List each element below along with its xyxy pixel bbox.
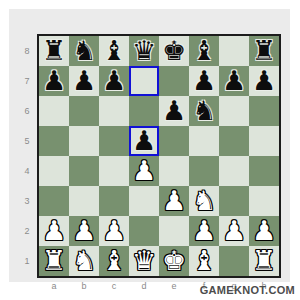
square-a5[interactable] xyxy=(39,126,69,156)
black-pawn-icon: ♟ xyxy=(252,67,276,94)
rank-label-6: 6 xyxy=(21,96,33,126)
square-d1[interactable]: ♛ xyxy=(129,246,159,276)
square-a2[interactable]: ♟ xyxy=(39,216,69,246)
rank-labels: 87654321 xyxy=(21,36,33,276)
square-f2[interactable]: ♟ xyxy=(189,216,219,246)
square-g2[interactable]: ♟ xyxy=(219,216,249,246)
square-c4[interactable] xyxy=(99,156,129,186)
square-d8[interactable]: ♛ xyxy=(129,36,159,66)
square-h7[interactable]: ♟ xyxy=(249,66,279,96)
black-pawn-icon: ♟ xyxy=(162,97,186,124)
rank-label-8: 8 xyxy=(21,36,33,66)
square-f6[interactable]: ♞ xyxy=(189,96,219,126)
square-h8[interactable]: ♜ xyxy=(249,36,279,66)
square-c6[interactable] xyxy=(99,96,129,126)
square-d3[interactable] xyxy=(129,186,159,216)
square-d5[interactable]: ♟ xyxy=(129,126,159,156)
board-panel: 87654321 ♜♞♝♛♚♝♜♟♟♟♟♟♟♟♞♟♟♟♞♟♟♟♟♟♟♜♞♝♛♚♝… xyxy=(9,9,290,282)
black-queen-icon: ♛ xyxy=(132,37,156,64)
square-e3[interactable]: ♟ xyxy=(159,186,189,216)
square-h1[interactable]: ♜ xyxy=(249,246,279,276)
white-knight-icon: ♞ xyxy=(192,187,216,214)
black-pawn-icon: ♟ xyxy=(222,67,246,94)
black-bishop-icon: ♝ xyxy=(102,37,126,64)
rank-label-1: 1 xyxy=(21,246,33,276)
square-a1[interactable]: ♜ xyxy=(39,246,69,276)
white-pawn-icon: ♟ xyxy=(132,157,156,184)
square-h2[interactable]: ♟ xyxy=(249,216,279,246)
square-c5[interactable] xyxy=(99,126,129,156)
square-b7[interactable]: ♟ xyxy=(69,66,99,96)
board-frame: ♜♞♝♛♚♝♜♟♟♟♟♟♟♟♞♟♟♟♞♟♟♟♟♟♟♜♞♝♛♚♝♜ xyxy=(37,34,281,278)
black-rook-icon: ♜ xyxy=(252,37,276,64)
file-label-e: e xyxy=(159,280,189,292)
square-b6[interactable] xyxy=(69,96,99,126)
square-h5[interactable] xyxy=(249,126,279,156)
square-h6[interactable] xyxy=(249,96,279,126)
white-pawn-icon: ♟ xyxy=(222,217,246,244)
square-b3[interactable] xyxy=(69,186,99,216)
square-b2[interactable]: ♟ xyxy=(69,216,99,246)
square-h3[interactable] xyxy=(249,186,279,216)
chess-widget-screen: 87654321 ♜♞♝♛♚♝♜♟♟♟♟♟♟♟♞♟♟♟♞♟♟♟♟♟♟♜♞♝♛♚♝… xyxy=(0,0,300,300)
square-g1[interactable] xyxy=(219,246,249,276)
square-d2[interactable] xyxy=(129,216,159,246)
square-e8[interactable]: ♚ xyxy=(159,36,189,66)
square-a7[interactable]: ♟ xyxy=(39,66,69,96)
square-f7[interactable]: ♟ xyxy=(189,66,219,96)
white-pawn-icon: ♟ xyxy=(192,217,216,244)
square-g8[interactable] xyxy=(219,36,249,66)
white-knight-icon: ♞ xyxy=(72,247,96,274)
square-f3[interactable]: ♞ xyxy=(189,186,219,216)
white-pawn-icon: ♟ xyxy=(102,217,126,244)
black-pawn-icon: ♟ xyxy=(102,67,126,94)
file-label-b: b xyxy=(69,280,99,292)
square-b8[interactable]: ♞ xyxy=(69,36,99,66)
black-pawn-icon: ♟ xyxy=(42,67,66,94)
black-knight-icon: ♞ xyxy=(72,37,96,64)
square-a6[interactable] xyxy=(39,96,69,126)
rank-label-5: 5 xyxy=(21,126,33,156)
white-rook-icon: ♜ xyxy=(42,247,66,274)
square-b4[interactable] xyxy=(69,156,99,186)
square-g6[interactable] xyxy=(219,96,249,126)
white-pawn-icon: ♟ xyxy=(72,217,96,244)
white-pawn-icon: ♟ xyxy=(252,217,276,244)
square-d4[interactable]: ♟ xyxy=(129,156,159,186)
black-pawn-icon: ♟ xyxy=(192,67,216,94)
square-e7[interactable] xyxy=(159,66,189,96)
white-bishop-icon: ♝ xyxy=(102,247,126,274)
square-g4[interactable] xyxy=(219,156,249,186)
black-knight-icon: ♞ xyxy=(192,97,216,124)
square-g5[interactable] xyxy=(219,126,249,156)
white-pawn-icon: ♟ xyxy=(42,217,66,244)
square-g7[interactable]: ♟ xyxy=(219,66,249,96)
rank-label-3: 3 xyxy=(21,186,33,216)
square-a4[interactable] xyxy=(39,156,69,186)
black-rook-icon: ♜ xyxy=(42,37,66,64)
rank-label-2: 2 xyxy=(21,216,33,246)
square-h4[interactable] xyxy=(249,156,279,186)
square-c2[interactable]: ♟ xyxy=(99,216,129,246)
square-f5[interactable] xyxy=(189,126,219,156)
square-c8[interactable]: ♝ xyxy=(99,36,129,66)
file-label-a: a xyxy=(39,280,69,292)
square-e1[interactable]: ♚ xyxy=(159,246,189,276)
white-queen-icon: ♛ xyxy=(132,247,156,274)
gameknot-watermark: GAMEKNOT.COM xyxy=(200,284,295,296)
square-f8[interactable]: ♝ xyxy=(189,36,219,66)
square-e5[interactable] xyxy=(159,126,189,156)
square-b5[interactable] xyxy=(69,126,99,156)
black-bishop-icon: ♝ xyxy=(192,37,216,64)
white-bishop-icon: ♝ xyxy=(192,247,216,274)
square-g3[interactable] xyxy=(219,186,249,216)
black-king-icon: ♚ xyxy=(162,37,186,64)
square-b1[interactable]: ♞ xyxy=(69,246,99,276)
square-c7[interactable]: ♟ xyxy=(99,66,129,96)
file-label-c: c xyxy=(99,280,129,292)
rank-label-4: 4 xyxy=(21,156,33,186)
black-pawn-icon: ♟ xyxy=(72,67,96,94)
square-d7[interactable] xyxy=(129,66,159,96)
white-rook-icon: ♜ xyxy=(252,247,276,274)
file-label-d: d xyxy=(129,280,159,292)
square-e2[interactable] xyxy=(159,216,189,246)
white-pawn-icon: ♟ xyxy=(162,187,186,214)
board: ♜♞♝♛♚♝♜♟♟♟♟♟♟♟♞♟♟♟♞♟♟♟♟♟♟♜♞♝♛♚♝♜ xyxy=(39,36,279,276)
square-a3[interactable] xyxy=(39,186,69,216)
square-d6[interactable] xyxy=(129,96,159,126)
square-c3[interactable] xyxy=(99,186,129,216)
square-e4[interactable] xyxy=(159,156,189,186)
square-f1[interactable]: ♝ xyxy=(189,246,219,276)
square-a8[interactable]: ♜ xyxy=(39,36,69,66)
square-c1[interactable]: ♝ xyxy=(99,246,129,276)
square-f4[interactable] xyxy=(189,156,219,186)
rank-label-7: 7 xyxy=(21,66,33,96)
white-king-icon: ♚ xyxy=(162,247,186,274)
square-e6[interactable]: ♟ xyxy=(159,96,189,126)
black-pawn-icon: ♟ xyxy=(132,127,156,154)
